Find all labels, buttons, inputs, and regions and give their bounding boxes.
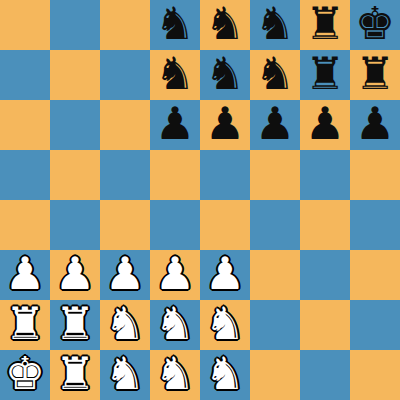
square-b6[interactable] (50, 100, 100, 150)
black-rook-piece[interactable]: ♜ (305, 50, 345, 99)
square-c7[interactable] (100, 50, 150, 100)
square-e8[interactable]: ♞ (200, 0, 250, 50)
white-knight-piece[interactable]: ♞ (105, 350, 145, 399)
black-knight-piece[interactable]: ♞ (255, 0, 295, 49)
square-a6[interactable] (0, 100, 50, 150)
square-e3[interactable]: ♟ (200, 250, 250, 300)
black-king-piece[interactable]: ♚ (355, 0, 395, 49)
square-h2[interactable] (350, 300, 400, 350)
square-b2[interactable]: ♜ (50, 300, 100, 350)
black-pawn-piece[interactable]: ♟ (155, 100, 195, 149)
square-h3[interactable] (350, 250, 400, 300)
square-b5[interactable] (50, 150, 100, 200)
square-b3[interactable]: ♟ (50, 250, 100, 300)
square-e4[interactable] (200, 200, 250, 250)
square-f6[interactable]: ♟ (250, 100, 300, 150)
square-b7[interactable] (50, 50, 100, 100)
black-rook-piece[interactable]: ♜ (305, 0, 345, 49)
black-knight-piece[interactable]: ♞ (255, 50, 295, 99)
square-a1[interactable]: ♚ (0, 350, 50, 400)
square-b8[interactable] (50, 0, 100, 50)
square-g1[interactable] (300, 350, 350, 400)
square-e1[interactable]: ♞ (200, 350, 250, 400)
square-b4[interactable] (50, 200, 100, 250)
square-g4[interactable] (300, 200, 350, 250)
black-knight-piece[interactable]: ♞ (205, 50, 245, 99)
white-pawn-piece[interactable]: ♟ (55, 250, 95, 299)
square-c4[interactable] (100, 200, 150, 250)
square-f7[interactable]: ♞ (250, 50, 300, 100)
square-d1[interactable]: ♞ (150, 350, 200, 400)
square-g2[interactable] (300, 300, 350, 350)
white-rook-piece[interactable]: ♜ (55, 350, 95, 399)
white-rook-piece[interactable]: ♜ (5, 300, 45, 349)
square-e7[interactable]: ♞ (200, 50, 250, 100)
white-knight-piece[interactable]: ♞ (155, 350, 195, 399)
square-a2[interactable]: ♜ (0, 300, 50, 350)
square-d5[interactable] (150, 150, 200, 200)
square-a5[interactable] (0, 150, 50, 200)
chess-board: ♞♞♞♜♚♞♞♞♜♜♟♟♟♟♟♟♟♟♟♟♜♜♞♞♞♚♜♞♞♞ (0, 0, 400, 400)
white-pawn-piece[interactable]: ♟ (205, 250, 245, 299)
square-h6[interactable]: ♟ (350, 100, 400, 150)
square-e2[interactable]: ♞ (200, 300, 250, 350)
square-a8[interactable] (0, 0, 50, 50)
square-g5[interactable] (300, 150, 350, 200)
square-c1[interactable]: ♞ (100, 350, 150, 400)
white-knight-piece[interactable]: ♞ (205, 300, 245, 349)
square-d3[interactable]: ♟ (150, 250, 200, 300)
black-knight-piece[interactable]: ♞ (205, 0, 245, 49)
black-knight-piece[interactable]: ♞ (155, 50, 195, 99)
white-knight-piece[interactable]: ♞ (205, 350, 245, 399)
white-pawn-piece[interactable]: ♟ (105, 250, 145, 299)
square-g3[interactable] (300, 250, 350, 300)
square-a4[interactable] (0, 200, 50, 250)
square-e6[interactable]: ♟ (200, 100, 250, 150)
white-king-piece[interactable]: ♚ (5, 350, 45, 399)
white-knight-piece[interactable]: ♞ (155, 300, 195, 349)
square-h5[interactable] (350, 150, 400, 200)
black-knight-piece[interactable]: ♞ (155, 0, 195, 49)
square-e5[interactable] (200, 150, 250, 200)
square-c8[interactable] (100, 0, 150, 50)
square-f2[interactable] (250, 300, 300, 350)
square-f8[interactable]: ♞ (250, 0, 300, 50)
black-rook-piece[interactable]: ♜ (355, 50, 395, 99)
square-f5[interactable] (250, 150, 300, 200)
square-d8[interactable]: ♞ (150, 0, 200, 50)
black-pawn-piece[interactable]: ♟ (355, 100, 395, 149)
square-g7[interactable]: ♜ (300, 50, 350, 100)
square-f4[interactable] (250, 200, 300, 250)
white-pawn-piece[interactable]: ♟ (155, 250, 195, 299)
square-d7[interactable]: ♞ (150, 50, 200, 100)
square-b1[interactable]: ♜ (50, 350, 100, 400)
square-h7[interactable]: ♜ (350, 50, 400, 100)
square-g6[interactable]: ♟ (300, 100, 350, 150)
square-h1[interactable] (350, 350, 400, 400)
square-c2[interactable]: ♞ (100, 300, 150, 350)
square-f3[interactable] (250, 250, 300, 300)
square-c5[interactable] (100, 150, 150, 200)
black-pawn-piece[interactable]: ♟ (255, 100, 295, 149)
black-pawn-piece[interactable]: ♟ (205, 100, 245, 149)
square-a7[interactable] (0, 50, 50, 100)
square-h8[interactable]: ♚ (350, 0, 400, 50)
square-f1[interactable] (250, 350, 300, 400)
white-knight-piece[interactable]: ♞ (105, 300, 145, 349)
white-rook-piece[interactable]: ♜ (55, 300, 95, 349)
square-d6[interactable]: ♟ (150, 100, 200, 150)
square-a3[interactable]: ♟ (0, 250, 50, 300)
square-d2[interactable]: ♞ (150, 300, 200, 350)
black-pawn-piece[interactable]: ♟ (305, 100, 345, 149)
white-pawn-piece[interactable]: ♟ (5, 250, 45, 299)
square-c6[interactable] (100, 100, 150, 150)
square-g8[interactable]: ♜ (300, 0, 350, 50)
square-d4[interactable] (150, 200, 200, 250)
square-c3[interactable]: ♟ (100, 250, 150, 300)
square-h4[interactable] (350, 200, 400, 250)
